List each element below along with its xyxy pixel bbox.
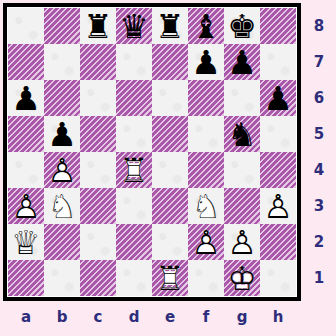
square-a7[interactable] (8, 44, 44, 80)
black-queen-glyph: ♛ (119, 10, 149, 43)
square-g8[interactable]: ♚ (224, 8, 260, 44)
square-c1[interactable] (80, 260, 116, 296)
file-label-e: e (152, 301, 188, 333)
black-pawn-h6: ♟ (260, 80, 296, 116)
square-c7[interactable] (80, 44, 116, 80)
square-c3[interactable] (80, 188, 116, 224)
square-f3[interactable]: ♞♘ (188, 188, 224, 224)
rank-label-4: 4 (304, 152, 334, 188)
square-d8[interactable]: ♛ (116, 8, 152, 44)
white-pawn-glyph: ♙ (263, 190, 293, 223)
black-king-glyph: ♚ (227, 10, 257, 43)
rank-label-5: 5 (304, 116, 334, 152)
white-knight-glyph: ♘ (47, 190, 77, 223)
white-king-glyph: ♔ (227, 262, 257, 295)
black-rook-c8: ♜ (80, 8, 116, 44)
square-h8[interactable] (260, 8, 296, 44)
black-pawn-glyph: ♟ (263, 82, 293, 115)
square-d4[interactable]: ♜♖ (116, 152, 152, 188)
file-label-c: c (80, 301, 116, 333)
square-g7[interactable]: ♟ (224, 44, 260, 80)
square-a2[interactable]: ♛♕ (8, 224, 44, 260)
square-g2[interactable]: ♟♙ (224, 224, 260, 260)
square-g3[interactable] (224, 188, 260, 224)
black-queen-d8: ♛ (116, 8, 152, 44)
square-a6[interactable]: ♟ (8, 80, 44, 116)
white-knight-glyph: ♘ (191, 190, 221, 223)
square-h6[interactable]: ♟ (260, 80, 296, 116)
square-f4[interactable] (188, 152, 224, 188)
black-knight-g5: ♞ (224, 116, 260, 152)
square-b8[interactable] (44, 8, 80, 44)
chess-board: ♜♛♜♝♚♟♟♟♟♟♞♟♙♜♖♟♙♞♘♞♘♟♙♛♕♟♙♟♙♜♖♚♔ (8, 8, 296, 296)
square-e7[interactable] (152, 44, 188, 80)
white-rook-e1: ♜♖ (152, 260, 188, 296)
square-b2[interactable] (44, 224, 80, 260)
black-pawn-glyph: ♟ (191, 46, 221, 79)
square-g6[interactable] (224, 80, 260, 116)
square-e5[interactable] (152, 116, 188, 152)
white-queen-glyph: ♕ (11, 226, 41, 259)
white-queen-a2: ♛♕ (8, 224, 44, 260)
black-bishop-f8: ♝ (188, 8, 224, 44)
square-f8[interactable]: ♝ (188, 8, 224, 44)
black-pawn-g7: ♟ (224, 44, 260, 80)
white-knight-f3: ♞♘ (188, 188, 224, 224)
square-b1[interactable] (44, 260, 80, 296)
black-pawn-glyph: ♟ (11, 82, 41, 115)
square-c6[interactable] (80, 80, 116, 116)
square-e4[interactable] (152, 152, 188, 188)
rank-label-8: 8 (304, 8, 334, 44)
square-f2[interactable]: ♟♙ (188, 224, 224, 260)
black-pawn-a6: ♟ (8, 80, 44, 116)
square-h1[interactable] (260, 260, 296, 296)
rank-label-6: 6 (304, 80, 334, 116)
square-d1[interactable] (116, 260, 152, 296)
square-d2[interactable] (116, 224, 152, 260)
white-pawn-f2: ♟♙ (188, 224, 224, 260)
square-b7[interactable] (44, 44, 80, 80)
square-b3[interactable]: ♞♘ (44, 188, 80, 224)
white-rook-glyph: ♖ (155, 262, 185, 295)
square-h3[interactable]: ♟♙ (260, 188, 296, 224)
file-labels: abcdefgh (8, 301, 296, 333)
board-frame: ♜♛♜♝♚♟♟♟♟♟♞♟♙♜♖♟♙♞♘♞♘♟♙♛♕♟♙♟♙♜♖♚♔ (3, 3, 301, 301)
white-knight-b3: ♞♘ (44, 188, 80, 224)
black-pawn-f7: ♟ (188, 44, 224, 80)
square-f1[interactable] (188, 260, 224, 296)
black-bishop-glyph: ♝ (191, 10, 221, 43)
square-h4[interactable] (260, 152, 296, 188)
white-pawn-glyph: ♙ (191, 226, 221, 259)
white-rook-d4: ♜♖ (116, 152, 152, 188)
square-h5[interactable] (260, 116, 296, 152)
chess-diagram: ♜♛♜♝♚♟♟♟♟♟♞♟♙♜♖♟♙♞♘♞♘♟♙♛♕♟♙♟♙♜♖♚♔ 876543… (0, 0, 336, 336)
square-g5[interactable]: ♞ (224, 116, 260, 152)
square-a3[interactable]: ♟♙ (8, 188, 44, 224)
square-e2[interactable] (152, 224, 188, 260)
rank-label-2: 2 (304, 224, 334, 260)
white-king-g1: ♚♔ (224, 260, 260, 296)
rank-label-1: 1 (304, 260, 334, 296)
square-e1[interactable]: ♜♖ (152, 260, 188, 296)
black-rook-glyph: ♜ (155, 10, 185, 43)
square-c8[interactable]: ♜ (80, 8, 116, 44)
square-f7[interactable]: ♟ (188, 44, 224, 80)
square-h2[interactable] (260, 224, 296, 260)
square-g4[interactable] (224, 152, 260, 188)
square-d6[interactable] (116, 80, 152, 116)
file-label-b: b (44, 301, 80, 333)
black-pawn-b5: ♟ (44, 116, 80, 152)
white-pawn-h3: ♟♙ (260, 188, 296, 224)
white-rook-glyph: ♖ (119, 154, 149, 187)
black-pawn-glyph: ♟ (47, 118, 77, 151)
square-a1[interactable] (8, 260, 44, 296)
square-c5[interactable] (80, 116, 116, 152)
file-label-a: a (8, 301, 44, 333)
white-pawn-a3: ♟♙ (8, 188, 44, 224)
square-b5[interactable]: ♟ (44, 116, 80, 152)
white-pawn-g2: ♟♙ (224, 224, 260, 260)
white-pawn-glyph: ♙ (227, 226, 257, 259)
white-pawn-b4: ♟♙ (44, 152, 80, 188)
white-pawn-glyph: ♙ (11, 190, 41, 223)
file-label-d: d (116, 301, 152, 333)
square-a8[interactable] (8, 8, 44, 44)
square-c4[interactable] (80, 152, 116, 188)
square-d7[interactable] (116, 44, 152, 80)
black-knight-glyph: ♞ (227, 118, 257, 151)
rank-label-7: 7 (304, 44, 334, 80)
white-pawn-glyph: ♙ (47, 154, 77, 187)
square-e6[interactable] (152, 80, 188, 116)
rank-labels: 87654321 (304, 8, 334, 296)
square-h7[interactable] (260, 44, 296, 80)
file-label-h: h (260, 301, 296, 333)
square-f6[interactable] (188, 80, 224, 116)
square-a4[interactable] (8, 152, 44, 188)
square-g1[interactable]: ♚♔ (224, 260, 260, 296)
square-f5[interactable] (188, 116, 224, 152)
square-c2[interactable] (80, 224, 116, 260)
square-a5[interactable] (8, 116, 44, 152)
rank-label-3: 3 (304, 188, 334, 224)
file-label-f: f (188, 301, 224, 333)
black-king-g8: ♚ (224, 8, 260, 44)
black-rook-e8: ♜ (152, 8, 188, 44)
square-d5[interactable] (116, 116, 152, 152)
square-e3[interactable] (152, 188, 188, 224)
square-e8[interactable]: ♜ (152, 8, 188, 44)
square-b6[interactable] (44, 80, 80, 116)
square-b4[interactable]: ♟♙ (44, 152, 80, 188)
square-d3[interactable] (116, 188, 152, 224)
black-rook-glyph: ♜ (83, 10, 113, 43)
black-pawn-glyph: ♟ (227, 46, 257, 79)
file-label-g: g (224, 301, 260, 333)
